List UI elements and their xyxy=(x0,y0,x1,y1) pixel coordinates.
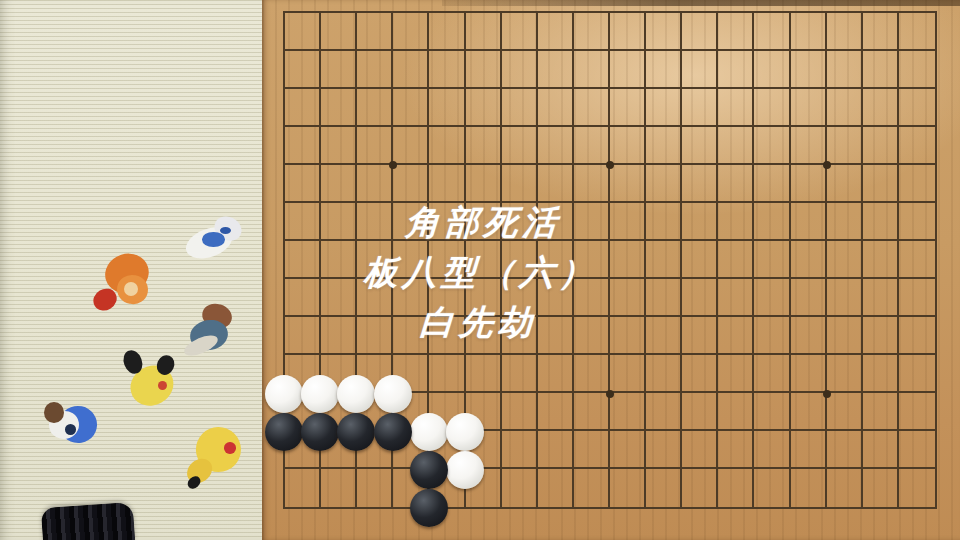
grid-cell xyxy=(682,431,718,469)
grid-cell xyxy=(827,203,863,241)
grid-cell xyxy=(754,317,790,355)
grid-cell xyxy=(899,13,935,51)
grid-cell xyxy=(682,469,718,507)
grid-cell xyxy=(574,13,610,51)
grid-cell xyxy=(610,355,646,393)
black-stone xyxy=(301,413,339,451)
grid-cell xyxy=(610,89,646,127)
grid-cell xyxy=(393,51,429,89)
grid-cell xyxy=(718,127,754,165)
board-top-edge-shadow xyxy=(442,0,960,6)
cubone-figurine xyxy=(183,304,245,362)
grid-cell xyxy=(682,279,718,317)
lugia-figurine xyxy=(180,216,246,264)
grid-cell xyxy=(682,317,718,355)
grid-cell xyxy=(718,355,754,393)
grid-cell xyxy=(863,89,899,127)
grid-cell xyxy=(791,355,827,393)
oshawott-figurine-part xyxy=(44,402,64,423)
grid-cell xyxy=(357,51,393,89)
grid-cell xyxy=(754,13,790,51)
grid-cell xyxy=(466,51,502,89)
grid-cell xyxy=(899,51,935,89)
grid-cell xyxy=(646,355,682,393)
grid-cell xyxy=(718,165,754,203)
grid-cell xyxy=(610,469,646,507)
grid-cell xyxy=(538,469,574,507)
grid-cell xyxy=(718,431,754,469)
grid-cell xyxy=(285,469,321,507)
grid-cell xyxy=(827,51,863,89)
grid-cell xyxy=(791,13,827,51)
grid-cell xyxy=(791,317,827,355)
grid-cell xyxy=(646,431,682,469)
grid-cell xyxy=(899,317,935,355)
grid-cell xyxy=(754,393,790,431)
grid-cell xyxy=(646,165,682,203)
charizard-figurine-part xyxy=(124,282,138,296)
star-point xyxy=(389,161,397,169)
oshawott-figurine-part xyxy=(65,424,76,435)
grid-cell xyxy=(502,393,538,431)
lugia-figurine-part xyxy=(220,227,232,235)
white-stone xyxy=(265,375,303,413)
star-point xyxy=(606,390,614,398)
white-stone xyxy=(446,413,484,451)
pikachu-figurine-part xyxy=(224,442,236,454)
grid-cell xyxy=(863,51,899,89)
grid-cell xyxy=(718,51,754,89)
grid-cell xyxy=(285,203,321,241)
grid-cell xyxy=(502,89,538,127)
grid-cell xyxy=(646,203,682,241)
grid-cell xyxy=(610,393,646,431)
grid-cell xyxy=(827,89,863,127)
grid-cell xyxy=(466,89,502,127)
black-stone xyxy=(265,413,303,451)
grid-cell xyxy=(718,89,754,127)
grid-cell xyxy=(429,89,465,127)
grid-cell xyxy=(502,431,538,469)
grid-cell xyxy=(574,393,610,431)
black-stone xyxy=(337,413,375,451)
grid-cell xyxy=(646,127,682,165)
grid-cell xyxy=(791,431,827,469)
grid-cell xyxy=(754,469,790,507)
grid-cell xyxy=(285,241,321,279)
grid-cell xyxy=(610,51,646,89)
grid-cell xyxy=(899,127,935,165)
grid-cell xyxy=(827,355,863,393)
grid-cell xyxy=(682,241,718,279)
grid-cell xyxy=(791,393,827,431)
pikachu-figurine xyxy=(186,418,250,490)
video-frame: 角部死活 板八型（六） 白先劫 xyxy=(0,0,960,540)
grid-cell xyxy=(466,127,502,165)
grid-cell xyxy=(574,127,610,165)
grid-cell xyxy=(863,393,899,431)
grid-cell xyxy=(646,317,682,355)
white-stone xyxy=(337,375,375,413)
title-line-3: 白先劫 xyxy=(327,297,630,347)
grid-cell xyxy=(321,51,357,89)
grid-cell xyxy=(718,393,754,431)
grid-cell xyxy=(863,203,899,241)
grid-cell xyxy=(754,89,790,127)
grid-cell xyxy=(899,241,935,279)
grid-cell xyxy=(321,89,357,127)
grid-cell xyxy=(827,279,863,317)
grid-cell xyxy=(357,127,393,165)
grid-cell xyxy=(863,165,899,203)
ribbed-object xyxy=(41,502,136,540)
grid-cell xyxy=(682,355,718,393)
grid-cell xyxy=(718,279,754,317)
grid-cell xyxy=(646,241,682,279)
grid-cell xyxy=(610,127,646,165)
grid-cell xyxy=(682,165,718,203)
grid-cell xyxy=(429,127,465,165)
black-stone xyxy=(374,413,412,451)
grid-cell xyxy=(718,13,754,51)
grid-cell xyxy=(646,13,682,51)
grid-cell xyxy=(863,279,899,317)
grid-cell xyxy=(538,89,574,127)
grid-cell xyxy=(429,13,465,51)
grid-cell xyxy=(791,51,827,89)
grid-cell xyxy=(899,203,935,241)
grid-cell xyxy=(574,51,610,89)
pichu-figurine-part xyxy=(158,381,167,390)
grid-cell xyxy=(574,469,610,507)
white-stone xyxy=(446,451,484,489)
grid-cell xyxy=(827,165,863,203)
grid-cell xyxy=(899,393,935,431)
grid-cell xyxy=(321,469,357,507)
grid-cell xyxy=(791,469,827,507)
grid-cell xyxy=(357,89,393,127)
grid-cell xyxy=(827,393,863,431)
title-line-1: 角部死活 xyxy=(332,197,635,247)
grid-cell xyxy=(357,13,393,51)
white-stone xyxy=(301,375,339,413)
grid-cell xyxy=(502,13,538,51)
grid-cell xyxy=(574,89,610,127)
title-line-2: 板八型（六） xyxy=(330,247,633,297)
charizard-figurine xyxy=(93,246,157,316)
star-point xyxy=(823,161,831,169)
grid-cell xyxy=(791,89,827,127)
grid-cell xyxy=(285,13,321,51)
grid-cell xyxy=(321,127,357,165)
grid-cell xyxy=(754,51,790,89)
grid-cell xyxy=(285,165,321,203)
grid-cell xyxy=(646,393,682,431)
grid-cell xyxy=(791,203,827,241)
grid-cell xyxy=(646,89,682,127)
grid-cell xyxy=(899,165,935,203)
grid-cell xyxy=(466,13,502,51)
grid-cell xyxy=(899,469,935,507)
grid-cell xyxy=(285,127,321,165)
grid-cell xyxy=(827,469,863,507)
grid-cell xyxy=(754,241,790,279)
grid-cell xyxy=(791,241,827,279)
grid-cell xyxy=(863,431,899,469)
grid-cell xyxy=(646,279,682,317)
grid-cell xyxy=(538,393,574,431)
grid-cell xyxy=(754,165,790,203)
grid-cell xyxy=(754,355,790,393)
grid-cell xyxy=(718,317,754,355)
grid-cell xyxy=(899,279,935,317)
grid-cell xyxy=(754,127,790,165)
grid-cell xyxy=(285,317,321,355)
grid-cell xyxy=(502,127,538,165)
grid-cell xyxy=(682,89,718,127)
grid-cell xyxy=(863,241,899,279)
grid-cell xyxy=(321,13,357,51)
grid-cell xyxy=(393,13,429,51)
grid-cell xyxy=(718,469,754,507)
grid-cell xyxy=(466,355,502,393)
grid-cell xyxy=(863,469,899,507)
grid-cell xyxy=(502,355,538,393)
star-point xyxy=(606,161,614,169)
grid-cell xyxy=(863,13,899,51)
grid-cell xyxy=(502,469,538,507)
grid-cell xyxy=(899,431,935,469)
grid-cell xyxy=(538,355,574,393)
grid-cell xyxy=(610,431,646,469)
grid-cell xyxy=(791,127,827,165)
grid-cell xyxy=(393,127,429,165)
grid-cell xyxy=(538,51,574,89)
grid-cell xyxy=(357,469,393,507)
grid-cell xyxy=(285,89,321,127)
grid-cell xyxy=(827,127,863,165)
white-stone xyxy=(410,413,448,451)
black-stone xyxy=(410,489,448,527)
grid-cell xyxy=(429,51,465,89)
grid-cell xyxy=(754,279,790,317)
white-stone xyxy=(374,375,412,413)
grid-cell xyxy=(646,51,682,89)
black-stone xyxy=(410,451,448,489)
grid-cell xyxy=(502,51,538,89)
grid-cell xyxy=(754,203,790,241)
grid-cell xyxy=(429,355,465,393)
grid-cell xyxy=(393,89,429,127)
grid-cell xyxy=(718,241,754,279)
grid-cell xyxy=(574,431,610,469)
grid-cell xyxy=(682,203,718,241)
grid-cell xyxy=(827,13,863,51)
grid-cell xyxy=(827,317,863,355)
grid-cell xyxy=(574,355,610,393)
grid-cell xyxy=(682,13,718,51)
grid-cell xyxy=(285,279,321,317)
grid-cell xyxy=(538,13,574,51)
grid-cell xyxy=(899,355,935,393)
grid-cell xyxy=(538,431,574,469)
star-point xyxy=(823,390,831,398)
grid-cell xyxy=(863,317,899,355)
oshawott-figurine xyxy=(44,390,106,456)
grid-cell xyxy=(827,431,863,469)
grid-cell xyxy=(718,203,754,241)
grid-cell xyxy=(682,393,718,431)
pichu-figurine xyxy=(123,350,183,418)
grid-cell xyxy=(754,431,790,469)
grid-cell xyxy=(791,165,827,203)
grid-cell xyxy=(682,51,718,89)
grid-cell xyxy=(827,241,863,279)
grid-cell xyxy=(610,13,646,51)
grid-cell xyxy=(646,469,682,507)
grid-cell xyxy=(285,51,321,89)
grid-cell xyxy=(791,279,827,317)
grid-cell xyxy=(863,355,899,393)
grid-cell xyxy=(682,127,718,165)
grid-cell xyxy=(863,127,899,165)
problem-title-overlay: 角部死活 板八型（六） 白先劫 xyxy=(327,197,635,347)
grid-cell xyxy=(899,89,935,127)
grid-cell xyxy=(538,127,574,165)
